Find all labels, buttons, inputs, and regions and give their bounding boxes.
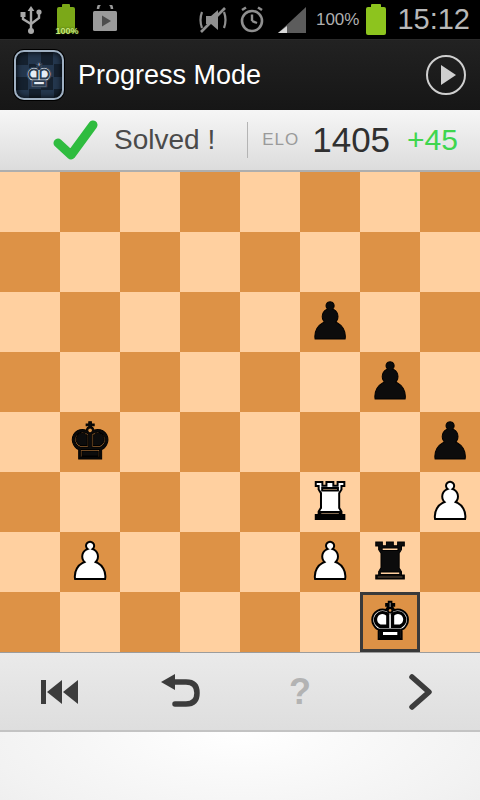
- square-f4[interactable]: [300, 412, 360, 472]
- square-c8[interactable]: [120, 172, 180, 232]
- square-f3[interactable]: ♜: [300, 472, 360, 532]
- square-g5[interactable]: ♟: [360, 352, 420, 412]
- square-e6[interactable]: [240, 292, 300, 352]
- battery-percent-right: 100%: [316, 10, 359, 30]
- chess-board: ♟♟♚♟♜♟♟♟♜♚: [0, 172, 480, 652]
- square-h8[interactable]: [420, 172, 480, 232]
- battery-icon: [366, 7, 386, 35]
- elo-delta: +45: [407, 123, 458, 157]
- square-h5[interactable]: [420, 352, 480, 412]
- square-d4[interactable]: [180, 412, 240, 472]
- square-h7[interactable]: [420, 232, 480, 292]
- black-pawn[interactable]: ♟: [307, 292, 353, 352]
- square-d7[interactable]: [180, 232, 240, 292]
- result-bar: Solved ! ELO 1405 +45: [0, 110, 480, 172]
- square-d5[interactable]: [180, 352, 240, 412]
- elo-value: 1405: [312, 120, 390, 160]
- square-h4[interactable]: ♟: [420, 412, 480, 472]
- undo-button[interactable]: [120, 653, 240, 730]
- square-b6[interactable]: [60, 292, 120, 352]
- black-rook[interactable]: ♜: [367, 532, 413, 592]
- alarm-icon: [236, 4, 268, 36]
- square-h3[interactable]: ♟: [420, 472, 480, 532]
- white-king[interactable]: ♚: [367, 592, 413, 652]
- black-king[interactable]: ♚: [67, 412, 113, 472]
- square-e7[interactable]: [240, 232, 300, 292]
- square-d2[interactable]: [180, 532, 240, 592]
- undo-icon: [159, 674, 201, 710]
- status-bar: 100%: [0, 0, 480, 40]
- solved-status-text: Solved !: [114, 124, 215, 156]
- square-g4[interactable]: [360, 412, 420, 472]
- square-e1[interactable]: [240, 592, 300, 652]
- square-g8[interactable]: [360, 172, 420, 232]
- square-f7[interactable]: [300, 232, 360, 292]
- square-e8[interactable]: [240, 172, 300, 232]
- square-c2[interactable]: [120, 532, 180, 592]
- forward-button[interactable]: [360, 653, 480, 730]
- hint-button[interactable]: ?: [240, 653, 360, 730]
- status-bar-right: 100% 15:12: [197, 3, 480, 36]
- skip-to-start-button[interactable]: [0, 653, 120, 730]
- battery-icon: 100%: [54, 4, 80, 36]
- divider: [247, 122, 248, 158]
- black-pawn[interactable]: ♟: [367, 352, 413, 412]
- play-icon: [441, 65, 456, 85]
- square-c7[interactable]: [120, 232, 180, 292]
- app-icon-king-glyph: ♚: [24, 58, 54, 92]
- square-g7[interactable]: [360, 232, 420, 292]
- square-b5[interactable]: [60, 352, 120, 412]
- white-rook[interactable]: ♜: [307, 472, 353, 532]
- square-a8[interactable]: [0, 172, 60, 232]
- skip-to-start-icon: [38, 675, 82, 709]
- square-a1[interactable]: [0, 592, 60, 652]
- square-d3[interactable]: [180, 472, 240, 532]
- square-f2[interactable]: ♟: [300, 532, 360, 592]
- square-b2[interactable]: ♟: [60, 532, 120, 592]
- square-h6[interactable]: [420, 292, 480, 352]
- square-c3[interactable]: [120, 472, 180, 532]
- square-c5[interactable]: [120, 352, 180, 412]
- elo-label: ELO: [262, 130, 299, 150]
- square-b1[interactable]: [60, 592, 120, 652]
- white-pawn[interactable]: ♟: [427, 472, 473, 532]
- square-b7[interactable]: [60, 232, 120, 292]
- square-b8[interactable]: [60, 172, 120, 232]
- black-pawn[interactable]: ♟: [427, 412, 473, 472]
- square-f5[interactable]: [300, 352, 360, 412]
- square-d6[interactable]: [180, 292, 240, 352]
- square-d8[interactable]: [180, 172, 240, 232]
- screen: 100%: [0, 0, 480, 800]
- square-a2[interactable]: [0, 532, 60, 592]
- signal-icon: [275, 4, 309, 36]
- square-g1[interactable]: ♚: [360, 592, 420, 652]
- play-next-button[interactable]: [426, 55, 466, 95]
- clock: 15:12: [397, 3, 470, 36]
- square-d1[interactable]: [180, 592, 240, 652]
- square-a4[interactable]: [0, 412, 60, 472]
- square-a5[interactable]: [0, 352, 60, 412]
- usb-icon: [18, 5, 44, 35]
- mute-icon: [197, 4, 229, 36]
- square-a7[interactable]: [0, 232, 60, 292]
- forward-chevron-icon: [405, 673, 435, 711]
- bottom-toolbar: ?: [0, 652, 480, 730]
- square-g2[interactable]: ♜: [360, 532, 420, 592]
- square-f8[interactable]: [300, 172, 360, 232]
- battery-percent-label: 100%: [54, 26, 80, 36]
- check-icon: [52, 119, 98, 161]
- hint-question-label: ?: [289, 671, 311, 713]
- page-title: Progress Mode: [78, 60, 261, 91]
- app-icon[interactable]: ♚: [14, 50, 64, 100]
- white-pawn[interactable]: ♟: [307, 532, 353, 592]
- square-f1[interactable]: [300, 592, 360, 652]
- square-h1[interactable]: [420, 592, 480, 652]
- footer-empty-area: [0, 730, 480, 800]
- square-h2[interactable]: [420, 532, 480, 592]
- square-f6[interactable]: ♟: [300, 292, 360, 352]
- square-b4[interactable]: ♚: [60, 412, 120, 472]
- square-e2[interactable]: [240, 532, 300, 592]
- square-e3[interactable]: [240, 472, 300, 532]
- square-e4[interactable]: [240, 412, 300, 472]
- square-c1[interactable]: [120, 592, 180, 652]
- square-g3[interactable]: [360, 472, 420, 532]
- square-c4[interactable]: [120, 412, 180, 472]
- square-b3[interactable]: [60, 472, 120, 532]
- square-c6[interactable]: [120, 292, 180, 352]
- white-pawn[interactable]: ♟: [67, 532, 113, 592]
- square-a3[interactable]: [0, 472, 60, 532]
- square-g6[interactable]: [360, 292, 420, 352]
- square-a6[interactable]: [0, 292, 60, 352]
- square-e5[interactable]: [240, 352, 300, 412]
- play-store-icon: [90, 5, 120, 35]
- app-header: ♚ Progress Mode: [0, 40, 480, 110]
- status-bar-left: 100%: [0, 4, 120, 36]
